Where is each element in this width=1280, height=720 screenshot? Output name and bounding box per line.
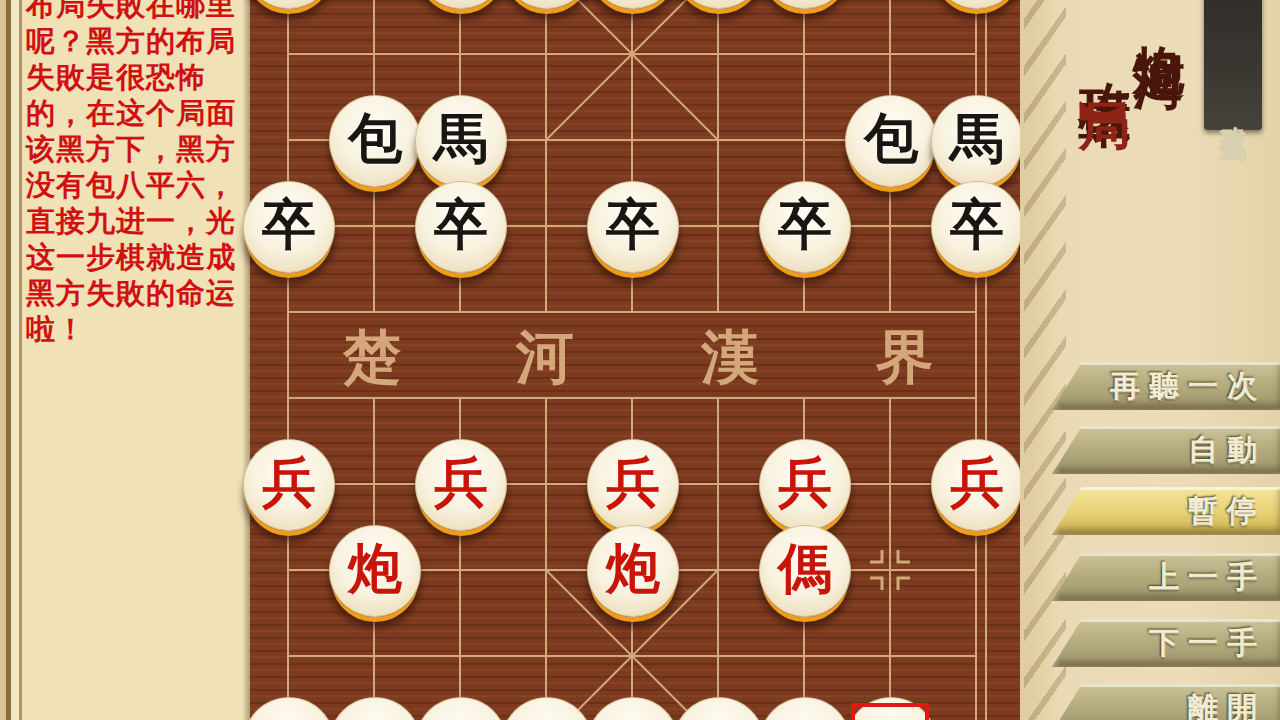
pause-button[interactable]: 暫停 xyxy=(1052,487,1280,535)
piece-glyph: 馬 xyxy=(950,111,1004,165)
commentary-line: 该黑方下，黑方 xyxy=(26,131,244,167)
opening-name-text: 攻單提馬 xyxy=(1215,104,1251,130)
button-label: 離開 xyxy=(1188,688,1266,720)
button-label: 暫停 xyxy=(1188,491,1266,532)
piece-glyph: 卒 xyxy=(606,197,660,251)
commentary-line: 黑方失敗的命运 xyxy=(26,275,244,311)
next-move-button[interactable]: 下一手 xyxy=(1052,619,1280,667)
cannon-point-marker xyxy=(870,550,882,562)
title-char: 】 xyxy=(1075,68,1136,75)
piece-black-pawn[interactable]: 卒 xyxy=(415,181,507,273)
piece-glyph: 卒 xyxy=(950,197,1004,251)
commentary-text: 布局失敗在哪里呢？黑方的布局失敗是很恐怖的，在这个局面该黑方下，黑方没有包八平六… xyxy=(26,0,244,347)
panel-seam xyxy=(242,0,250,720)
commentary-line: 的，在这个局面 xyxy=(26,95,244,131)
lesson-title-main: 炮過河 xyxy=(1124,4,1194,25)
cannon-point-marker xyxy=(870,578,882,590)
commentary-line: 失敗是很恐怖 xyxy=(26,59,244,95)
river-text-char: 河 xyxy=(510,322,580,392)
river-text-char: 漢 xyxy=(695,322,765,392)
piece-glyph: 兵 xyxy=(434,455,488,509)
piece-black-pawn[interactable]: 卒 xyxy=(759,181,851,273)
replay-button[interactable]: 再聽一次 xyxy=(1052,362,1280,410)
piece-red-pawn[interactable]: 兵 xyxy=(415,439,507,531)
xiangqi-board[interactable]: 楚河漢界 包馬包馬卒卒卒卒卒兵兵兵兵兵炮炮傌 xyxy=(250,0,1020,720)
piece-glyph: 卒 xyxy=(262,197,316,251)
piece-red-pawn[interactable]: 兵 xyxy=(931,439,1023,531)
piece-red-pawn[interactable]: 兵 xyxy=(243,439,335,531)
commentary-line: 没有包八平六， xyxy=(26,167,244,203)
app-window: 布局失敗在哪里呢？黑方的布局失敗是很恐怖的，在这个局面该黑方下，黑方没有包八平六… xyxy=(0,0,1280,720)
piece-glyph: 包 xyxy=(348,111,402,165)
lesson-title-sub: 攻橫車局】 xyxy=(1070,40,1140,75)
piece-red-horse[interactable]: 傌 xyxy=(759,525,851,617)
commentary-panel: 布局失敗在哪里呢？黑方的布局失敗是很恐怖的，在这个局面该黑方下，黑方没有包八平六… xyxy=(0,0,250,720)
piece-glyph: 兵 xyxy=(950,455,1004,509)
piece-glyph: 兵 xyxy=(262,455,316,509)
auto-button[interactable]: 自動 xyxy=(1052,426,1280,474)
cannon-point-marker xyxy=(898,578,910,590)
right-panel: 炮過河 攻橫車局】 攻單提馬 xyxy=(1020,0,1280,720)
panel-fold-decoration xyxy=(1024,0,1066,720)
exit-button[interactable]: 離開 xyxy=(1052,684,1280,720)
title-char: 攻 xyxy=(1075,40,1136,47)
piece-glyph: 炮 xyxy=(348,541,402,595)
piece-glyph: 卒 xyxy=(434,197,488,251)
piece-black-horse[interactable]: 馬 xyxy=(931,95,1023,187)
piece-black-pawn[interactable]: 卒 xyxy=(587,181,679,273)
button-label: 下一手 xyxy=(1149,623,1266,664)
piece-glyph: 包 xyxy=(864,111,918,165)
button-label: 自動 xyxy=(1188,430,1266,471)
scroll-edge-decoration xyxy=(0,0,26,720)
piece-black-horse[interactable]: 馬 xyxy=(415,95,507,187)
title-char: 局 xyxy=(1075,61,1136,68)
piece-red-pawn[interactable]: 兵 xyxy=(587,439,679,531)
river-text-char: 楚 xyxy=(337,322,407,392)
commentary-line: 布局失敗在哪里 xyxy=(26,0,244,23)
last-move-highlight xyxy=(851,703,929,720)
prev-move-button[interactable]: 上一手 xyxy=(1052,553,1280,601)
piece-black-pawn[interactable]: 卒 xyxy=(931,181,1023,273)
piece-black-cannon[interactable]: 包 xyxy=(329,95,421,187)
commentary-line: 直接九进一，光 xyxy=(26,203,244,239)
piece-glyph: 兵 xyxy=(778,455,832,509)
piece-black-pawn[interactable]: 卒 xyxy=(243,181,335,273)
piece-black-cannon[interactable]: 包 xyxy=(845,95,937,187)
title-char: 車 xyxy=(1075,54,1136,61)
piece-red-cannon[interactable]: 炮 xyxy=(329,525,421,617)
commentary-line: 这一步棋就造成 xyxy=(26,239,244,275)
piece-glyph: 卒 xyxy=(778,197,832,251)
commentary-line: 啦！ xyxy=(26,311,244,347)
opening-name-plaque: 攻單提馬 xyxy=(1204,0,1262,130)
button-label: 上一手 xyxy=(1149,557,1266,598)
piece-glyph: 炮 xyxy=(606,541,660,595)
piece-red-cannon[interactable]: 炮 xyxy=(587,525,679,617)
piece-glyph: 兵 xyxy=(606,455,660,509)
commentary-line: 呢？黑方的布局 xyxy=(26,23,244,59)
button-label: 再聽一次 xyxy=(1110,366,1266,407)
piece-glyph: 馬 xyxy=(434,111,488,165)
river-text-char: 界 xyxy=(870,322,940,392)
title-char: 橫 xyxy=(1075,47,1136,54)
cannon-point-marker xyxy=(898,550,910,562)
piece-red-pawn[interactable]: 兵 xyxy=(759,439,851,531)
piece-glyph: 傌 xyxy=(778,541,832,595)
